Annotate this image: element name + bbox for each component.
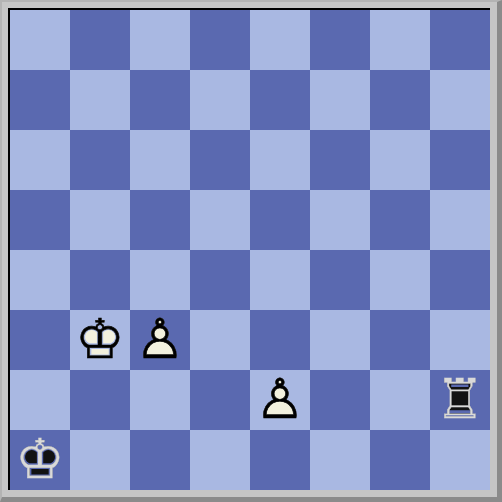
square-d5[interactable] bbox=[190, 190, 250, 250]
square-h5[interactable] bbox=[430, 190, 490, 250]
square-g3[interactable] bbox=[370, 310, 430, 370]
square-c3[interactable]: ♟♙ bbox=[130, 310, 190, 370]
black-king[interactable]: ♚♔ bbox=[10, 430, 70, 490]
square-e6[interactable] bbox=[250, 130, 310, 190]
black-rook-outline: ♖ bbox=[430, 370, 490, 430]
square-f6[interactable] bbox=[310, 130, 370, 190]
square-f4[interactable] bbox=[310, 250, 370, 310]
square-c4[interactable] bbox=[130, 250, 190, 310]
square-a4[interactable] bbox=[10, 250, 70, 310]
square-a5[interactable] bbox=[10, 190, 70, 250]
square-b5[interactable] bbox=[70, 190, 130, 250]
white-pawn[interactable]: ♟♙ bbox=[250, 370, 310, 430]
square-d8[interactable] bbox=[190, 10, 250, 70]
square-h4[interactable] bbox=[430, 250, 490, 310]
square-c1[interactable] bbox=[130, 430, 190, 490]
square-e1[interactable] bbox=[250, 430, 310, 490]
square-a6[interactable] bbox=[10, 130, 70, 190]
square-b1[interactable] bbox=[70, 430, 130, 490]
square-b3[interactable]: ♚♔ bbox=[70, 310, 130, 370]
square-d2[interactable] bbox=[190, 370, 250, 430]
white-king-outline: ♔ bbox=[70, 310, 130, 370]
square-e3[interactable] bbox=[250, 310, 310, 370]
square-d6[interactable] bbox=[190, 130, 250, 190]
square-a8[interactable] bbox=[10, 10, 70, 70]
square-f7[interactable] bbox=[310, 70, 370, 130]
square-d4[interactable] bbox=[190, 250, 250, 310]
square-h1[interactable] bbox=[430, 430, 490, 490]
square-e5[interactable] bbox=[250, 190, 310, 250]
square-a2[interactable] bbox=[10, 370, 70, 430]
square-c7[interactable] bbox=[130, 70, 190, 130]
square-f1[interactable] bbox=[310, 430, 370, 490]
white-pawn[interactable]: ♟♙ bbox=[130, 310, 190, 370]
square-b6[interactable] bbox=[70, 130, 130, 190]
square-a1[interactable]: ♚♔ bbox=[10, 430, 70, 490]
square-b2[interactable] bbox=[70, 370, 130, 430]
square-e2[interactable]: ♟♙ bbox=[250, 370, 310, 430]
square-b8[interactable] bbox=[70, 10, 130, 70]
square-f8[interactable] bbox=[310, 10, 370, 70]
square-g8[interactable] bbox=[370, 10, 430, 70]
square-g5[interactable] bbox=[370, 190, 430, 250]
square-g6[interactable] bbox=[370, 130, 430, 190]
square-a3[interactable] bbox=[10, 310, 70, 370]
square-f2[interactable] bbox=[310, 370, 370, 430]
square-h6[interactable] bbox=[430, 130, 490, 190]
square-h2[interactable]: ♜♖ bbox=[430, 370, 490, 430]
square-b7[interactable] bbox=[70, 70, 130, 130]
black-rook[interactable]: ♜♖ bbox=[430, 370, 490, 430]
square-c5[interactable] bbox=[130, 190, 190, 250]
square-f3[interactable] bbox=[310, 310, 370, 370]
white-pawn-outline: ♙ bbox=[250, 370, 310, 430]
board-frame: ♚♔♟♙♟♙♜♖♚♔ bbox=[0, 0, 502, 502]
square-d7[interactable] bbox=[190, 70, 250, 130]
square-h3[interactable] bbox=[430, 310, 490, 370]
square-f5[interactable] bbox=[310, 190, 370, 250]
square-g4[interactable] bbox=[370, 250, 430, 310]
square-e4[interactable] bbox=[250, 250, 310, 310]
board: ♚♔♟♙♟♙♜♖♚♔ bbox=[8, 8, 490, 490]
square-h8[interactable] bbox=[430, 10, 490, 70]
square-b4[interactable] bbox=[70, 250, 130, 310]
square-g2[interactable] bbox=[370, 370, 430, 430]
square-h7[interactable] bbox=[430, 70, 490, 130]
white-pawn-outline: ♙ bbox=[130, 310, 190, 370]
square-c2[interactable] bbox=[130, 370, 190, 430]
white-king[interactable]: ♚♔ bbox=[70, 310, 130, 370]
square-g1[interactable] bbox=[370, 430, 430, 490]
square-a7[interactable] bbox=[10, 70, 70, 130]
square-c8[interactable] bbox=[130, 10, 190, 70]
square-e7[interactable] bbox=[250, 70, 310, 130]
square-e8[interactable] bbox=[250, 10, 310, 70]
black-king-outline: ♔ bbox=[10, 430, 70, 490]
square-c6[interactable] bbox=[130, 130, 190, 190]
square-g7[interactable] bbox=[370, 70, 430, 130]
square-d1[interactable] bbox=[190, 430, 250, 490]
square-d3[interactable] bbox=[190, 310, 250, 370]
